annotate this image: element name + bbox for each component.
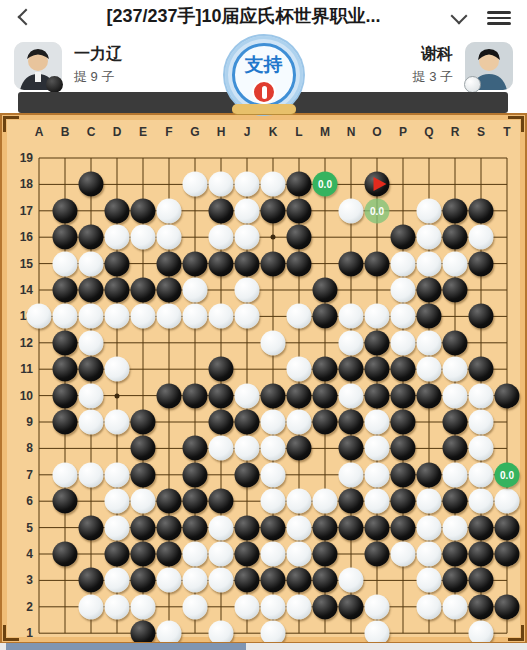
stone-black xyxy=(235,462,260,487)
stone-white xyxy=(469,410,494,435)
stone-black xyxy=(469,515,494,540)
stone-black xyxy=(235,410,260,435)
stone-white xyxy=(469,462,494,487)
stone-black xyxy=(131,542,156,567)
row-label: 5 xyxy=(26,521,33,535)
stone-black xyxy=(53,357,78,382)
stone-black xyxy=(339,410,364,435)
star-point xyxy=(115,393,120,398)
back-icon xyxy=(18,9,35,26)
stone-black xyxy=(469,251,494,276)
stone-black xyxy=(339,489,364,514)
stone-black xyxy=(443,489,468,514)
stone-black xyxy=(131,278,156,303)
row-label: 16 xyxy=(20,230,33,244)
row-label: 1 xyxy=(26,626,33,640)
bottom-bar-segment xyxy=(6,643,246,650)
stone-white xyxy=(105,515,130,540)
stone-white xyxy=(261,489,286,514)
stone-black xyxy=(183,383,208,408)
stone-black xyxy=(53,489,78,514)
column-label: Q xyxy=(424,125,433,139)
stone-black xyxy=(443,436,468,461)
stone-black xyxy=(131,568,156,593)
row-label: 7 xyxy=(26,468,33,482)
stone-black xyxy=(313,542,338,567)
stone-black xyxy=(157,515,182,540)
stone-black xyxy=(287,225,312,250)
stone-white xyxy=(105,462,130,487)
stone-white xyxy=(417,594,442,619)
stone-black xyxy=(157,542,182,567)
stone-white xyxy=(209,225,234,250)
stone-black xyxy=(261,568,286,593)
support-badge-label: 支持 xyxy=(225,52,303,78)
frame-corner-icon xyxy=(508,116,524,132)
black-player-captures: 提 9 子 xyxy=(74,68,114,86)
stone-white xyxy=(287,542,312,567)
stone-white xyxy=(53,462,78,487)
stone-white xyxy=(469,621,494,644)
black-player-name: 一力辽 xyxy=(74,44,122,65)
support-ribbon xyxy=(232,104,296,114)
stone-black xyxy=(183,462,208,487)
stone-white xyxy=(391,278,416,303)
bottom-bar xyxy=(0,643,527,650)
stone-black xyxy=(443,568,468,593)
stone-white xyxy=(131,304,156,329)
chevron-down-icon xyxy=(451,8,468,25)
stone-black xyxy=(131,410,156,435)
top-bar: [237/237手]10届应氏杯世界职业... xyxy=(0,0,527,34)
stone-white xyxy=(417,251,442,276)
stone-white xyxy=(209,436,234,461)
stone-black xyxy=(79,225,104,250)
column-label: R xyxy=(451,125,460,139)
stone-white xyxy=(365,489,390,514)
stone-white xyxy=(79,594,104,619)
column-label: P xyxy=(399,125,407,139)
stone-white xyxy=(261,462,286,487)
stone-white xyxy=(365,621,390,644)
stone-black xyxy=(313,568,338,593)
stone-black xyxy=(365,515,390,540)
stone-black xyxy=(131,621,156,644)
stone-black xyxy=(53,330,78,355)
column-label: B xyxy=(61,125,70,139)
stone-white xyxy=(261,172,286,197)
stone-black xyxy=(157,278,182,303)
stone-white xyxy=(79,251,104,276)
row-label: 4 xyxy=(26,547,33,561)
stone-black xyxy=(391,436,416,461)
stone-white xyxy=(365,594,390,619)
stone-white xyxy=(261,410,286,435)
stone-black xyxy=(287,436,312,461)
score-badge: 0.0 xyxy=(313,172,338,197)
stone-white xyxy=(79,304,104,329)
white-player-name: 谢科 xyxy=(421,44,453,65)
stone-white xyxy=(105,594,130,619)
stone-white xyxy=(443,251,468,276)
stone-black xyxy=(417,278,442,303)
stone-white xyxy=(469,225,494,250)
stone-white xyxy=(339,383,364,408)
stone-black xyxy=(469,304,494,329)
stone-black xyxy=(79,278,104,303)
stone-white xyxy=(105,357,130,382)
stone-black xyxy=(417,304,442,329)
stone-black xyxy=(469,542,494,567)
stone-white xyxy=(183,304,208,329)
stone-white xyxy=(313,489,338,514)
score-badge: 0.0 xyxy=(365,198,390,223)
star-point xyxy=(271,235,276,240)
stone-black xyxy=(131,462,156,487)
row-label: 18 xyxy=(20,177,33,191)
stone-white xyxy=(79,462,104,487)
white-player-captures: 提 3 子 xyxy=(413,68,453,86)
row-label: 19 xyxy=(20,151,33,165)
go-board[interactable]: ABCDEFGHJKLMNOPQRST191817161514131211109… xyxy=(0,113,527,644)
stone-white xyxy=(209,172,234,197)
stone-black xyxy=(157,383,182,408)
stone-black xyxy=(495,542,520,567)
stone-white xyxy=(209,515,234,540)
stone-black xyxy=(209,198,234,223)
stone-black xyxy=(313,278,338,303)
menu-button[interactable] xyxy=(487,8,511,26)
stone-white xyxy=(27,304,52,329)
stone-black xyxy=(261,251,286,276)
stone-black xyxy=(209,383,234,408)
stone-black xyxy=(313,357,338,382)
stone-white xyxy=(157,621,182,644)
stone-black xyxy=(313,594,338,619)
frame-corner-icon xyxy=(3,625,19,641)
stone-white xyxy=(261,436,286,461)
row-label: 10 xyxy=(20,389,33,403)
stone-white xyxy=(365,436,390,461)
app-screen: [237/237手]10届应氏杯世界职业... 一力辽 提 9 子 支持 xyxy=(0,0,527,650)
stone-black xyxy=(105,251,130,276)
column-label: O xyxy=(372,125,381,139)
column-label: E xyxy=(139,125,147,139)
collapse-button[interactable] xyxy=(449,7,469,27)
stone-white xyxy=(339,198,364,223)
stone-black xyxy=(131,198,156,223)
stone-white xyxy=(287,515,312,540)
stone-white xyxy=(183,568,208,593)
stone-white xyxy=(417,568,442,593)
stone-black xyxy=(313,383,338,408)
stone-black xyxy=(261,515,286,540)
stone-black xyxy=(365,251,390,276)
row-label: 8 xyxy=(26,441,33,455)
stone-white xyxy=(157,304,182,329)
stone-black xyxy=(287,568,312,593)
stone-black xyxy=(209,357,234,382)
stone-white xyxy=(261,621,286,644)
stone-white xyxy=(443,383,468,408)
stone-black xyxy=(79,515,104,540)
stone-black xyxy=(495,594,520,619)
stone-white xyxy=(469,436,494,461)
stone-black xyxy=(53,410,78,435)
stone-black xyxy=(79,568,104,593)
stone-white xyxy=(235,225,260,250)
stone-black xyxy=(365,542,390,567)
row-label: 12 xyxy=(20,336,33,350)
stone-black xyxy=(261,383,286,408)
stone-black xyxy=(287,172,312,197)
row-label: 17 xyxy=(20,204,33,218)
stone-white xyxy=(261,542,286,567)
stone-black xyxy=(287,198,312,223)
support-badge[interactable]: 支持 xyxy=(225,36,303,114)
stone-white xyxy=(235,278,260,303)
stone-white xyxy=(235,383,260,408)
stone-black xyxy=(339,251,364,276)
stone-white xyxy=(417,198,442,223)
stone-black xyxy=(443,330,468,355)
stone-black xyxy=(235,251,260,276)
stone-white xyxy=(417,225,442,250)
stone-black xyxy=(469,568,494,593)
stone-black xyxy=(53,225,78,250)
stone-white xyxy=(365,410,390,435)
stone-white xyxy=(365,304,390,329)
stone-white xyxy=(339,304,364,329)
stone-white xyxy=(443,462,468,487)
stone-white xyxy=(235,304,260,329)
black-stone-icon xyxy=(46,76,63,93)
stone-black xyxy=(209,251,234,276)
stone-black xyxy=(313,304,338,329)
stone-black xyxy=(79,357,104,382)
stone-black xyxy=(391,225,416,250)
stone-white xyxy=(339,462,364,487)
stone-white xyxy=(183,594,208,619)
stone-black xyxy=(495,383,520,408)
stone-white xyxy=(339,568,364,593)
white-stone-icon xyxy=(464,76,481,93)
stone-white xyxy=(183,172,208,197)
stone-black xyxy=(131,515,156,540)
stone-black xyxy=(183,515,208,540)
stone-white xyxy=(261,594,286,619)
stone-black xyxy=(365,330,390,355)
column-label: G xyxy=(190,125,199,139)
stone-black xyxy=(157,489,182,514)
stone-black xyxy=(365,383,390,408)
stone-white xyxy=(469,383,494,408)
stone-white xyxy=(287,357,312,382)
stone-black xyxy=(235,542,260,567)
stone-black xyxy=(443,542,468,567)
stone-white xyxy=(209,568,234,593)
stone-white xyxy=(209,542,234,567)
stone-black xyxy=(235,515,260,540)
stone-white xyxy=(417,330,442,355)
stone-white xyxy=(79,410,104,435)
stone-white xyxy=(417,515,442,540)
frame-corner-icon xyxy=(508,625,524,641)
stone-white xyxy=(339,330,364,355)
stone-black xyxy=(261,198,286,223)
stone-white xyxy=(443,594,468,619)
stone-white xyxy=(443,515,468,540)
stone-white xyxy=(235,436,260,461)
stone-white xyxy=(157,225,182,250)
column-label: M xyxy=(320,125,330,139)
column-label: F xyxy=(165,125,172,139)
score-badge: 0.0 xyxy=(495,462,520,487)
support-hand-icon xyxy=(252,80,276,104)
row-label: 14 xyxy=(20,283,33,297)
stone-black xyxy=(157,251,182,276)
stone-black xyxy=(391,410,416,435)
stone-black xyxy=(391,383,416,408)
stone-white xyxy=(391,251,416,276)
stone-black xyxy=(339,436,364,461)
stone-white xyxy=(105,568,130,593)
stone-black xyxy=(79,172,104,197)
column-label: L xyxy=(295,125,302,139)
stone-black xyxy=(391,515,416,540)
page-title: [237/237手]10届应氏杯世界职业... xyxy=(50,4,437,28)
stone-black xyxy=(313,515,338,540)
stone-black xyxy=(443,198,468,223)
stone-white xyxy=(131,489,156,514)
stone-black xyxy=(53,278,78,303)
stone-white xyxy=(131,594,156,619)
frame-corner-icon xyxy=(3,116,19,132)
stone-white xyxy=(287,594,312,619)
stone-black xyxy=(469,357,494,382)
player-bar: 一力辽 提 9 子 支持 谢科 提 3 子 xyxy=(0,34,527,94)
stone-black xyxy=(417,462,442,487)
stone-white xyxy=(157,568,182,593)
stone-white xyxy=(79,330,104,355)
back-button[interactable] xyxy=(14,6,36,28)
stone-black xyxy=(391,357,416,382)
column-label: S xyxy=(477,125,485,139)
column-label: J xyxy=(244,125,251,139)
stone-white xyxy=(261,330,286,355)
stone-white xyxy=(131,225,156,250)
column-label: K xyxy=(269,125,278,139)
stone-black xyxy=(209,489,234,514)
stone-black xyxy=(365,357,390,382)
stone-white xyxy=(391,304,416,329)
stone-black xyxy=(183,436,208,461)
stone-white xyxy=(287,410,312,435)
stone-white xyxy=(287,489,312,514)
column-label: N xyxy=(347,125,356,139)
stone-white xyxy=(53,251,78,276)
stone-black xyxy=(443,410,468,435)
stone-black xyxy=(53,198,78,223)
stone-black xyxy=(391,489,416,514)
stone-black xyxy=(53,542,78,567)
stone-black xyxy=(183,251,208,276)
stone-white xyxy=(391,330,416,355)
stone-black xyxy=(131,436,156,461)
column-label: H xyxy=(217,125,226,139)
stone-white xyxy=(105,410,130,435)
stone-white xyxy=(235,594,260,619)
stone-white xyxy=(365,462,390,487)
row-label: 11 xyxy=(20,362,33,376)
stone-black xyxy=(469,594,494,619)
stone-black xyxy=(443,278,468,303)
stone-white xyxy=(209,621,234,644)
row-label: 15 xyxy=(20,257,33,271)
stone-black xyxy=(105,278,130,303)
last-move-marker-icon xyxy=(374,177,387,191)
stone-black xyxy=(443,225,468,250)
stone-white xyxy=(443,357,468,382)
stone-white xyxy=(183,542,208,567)
stone-black xyxy=(313,410,338,435)
stone-white xyxy=(79,383,104,408)
stone-black xyxy=(235,568,260,593)
stone-black xyxy=(391,462,416,487)
row-label: 3 xyxy=(26,573,33,587)
stone-white xyxy=(417,542,442,567)
stone-white xyxy=(287,304,312,329)
stone-white xyxy=(157,198,182,223)
stone-black xyxy=(339,515,364,540)
stone-black xyxy=(339,357,364,382)
stone-white xyxy=(183,278,208,303)
stone-black xyxy=(105,542,130,567)
row-label: 9 xyxy=(26,415,33,429)
stone-white xyxy=(469,489,494,514)
stone-white xyxy=(105,225,130,250)
stone-white xyxy=(235,198,260,223)
stone-black xyxy=(287,251,312,276)
stone-white xyxy=(391,542,416,567)
stone-black xyxy=(287,383,312,408)
stone-black xyxy=(495,515,520,540)
stone-black xyxy=(339,594,364,619)
stone-white xyxy=(105,304,130,329)
stone-white xyxy=(209,304,234,329)
stone-white xyxy=(495,489,520,514)
column-label: D xyxy=(113,125,122,139)
column-label: C xyxy=(87,125,96,139)
stone-white xyxy=(235,172,260,197)
stone-white xyxy=(105,489,130,514)
stone-black xyxy=(417,383,442,408)
stone-black xyxy=(183,489,208,514)
column-label: A xyxy=(35,125,44,139)
stone-black xyxy=(105,198,130,223)
row-label: 2 xyxy=(26,600,33,614)
stone-black xyxy=(469,198,494,223)
row-label: 6 xyxy=(26,494,33,508)
stone-white xyxy=(417,357,442,382)
stone-white xyxy=(53,304,78,329)
stone-black xyxy=(209,410,234,435)
stone-black xyxy=(53,383,78,408)
stone-white xyxy=(417,489,442,514)
